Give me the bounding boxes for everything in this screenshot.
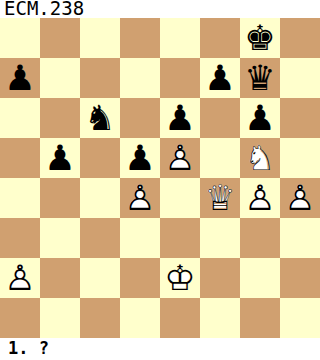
square-f4[interactable]: ♛♕ <box>200 178 240 218</box>
square-e2[interactable]: ♚♔ <box>160 258 200 298</box>
square-d4[interactable]: ♟♙ <box>120 178 160 218</box>
square-g5[interactable]: ♞♘ <box>240 138 280 178</box>
square-d2[interactable] <box>120 258 160 298</box>
white-king[interactable]: ♚♔ <box>160 258 200 298</box>
square-f2[interactable] <box>200 258 240 298</box>
piece-outline: ♕ <box>200 178 240 218</box>
white-pawn[interactable]: ♟♙ <box>160 138 200 178</box>
square-a5[interactable] <box>0 138 40 178</box>
square-a8[interactable] <box>0 18 40 58</box>
black-queen[interactable]: ♛ <box>240 58 280 98</box>
black-knight[interactable]: ♞ <box>80 98 120 138</box>
square-f7[interactable]: ♟ <box>200 58 240 98</box>
square-b2[interactable] <box>40 258 80 298</box>
black-pawn[interactable]: ♟ <box>200 58 240 98</box>
square-g8[interactable]: ♚ <box>240 18 280 58</box>
square-f3[interactable] <box>200 218 240 258</box>
piece-outline: ♔ <box>160 258 200 298</box>
square-b8[interactable] <box>40 18 80 58</box>
square-h4[interactable]: ♟♙ <box>280 178 320 218</box>
square-d1[interactable] <box>120 298 160 338</box>
square-e1[interactable] <box>160 298 200 338</box>
piece-outline: ♙ <box>0 258 40 298</box>
square-c7[interactable] <box>80 58 120 98</box>
white-pawn[interactable]: ♟♙ <box>0 258 40 298</box>
square-g6[interactable]: ♟ <box>240 98 280 138</box>
square-b4[interactable] <box>40 178 80 218</box>
square-h1[interactable] <box>280 298 320 338</box>
square-c8[interactable] <box>80 18 120 58</box>
square-e3[interactable] <box>160 218 200 258</box>
square-f5[interactable] <box>200 138 240 178</box>
square-a1[interactable] <box>0 298 40 338</box>
square-d3[interactable] <box>120 218 160 258</box>
piece-outline: ♙ <box>240 178 280 218</box>
square-c3[interactable] <box>80 218 120 258</box>
square-f8[interactable] <box>200 18 240 58</box>
square-a6[interactable] <box>0 98 40 138</box>
white-pawn[interactable]: ♟♙ <box>240 178 280 218</box>
square-h5[interactable] <box>280 138 320 178</box>
black-king[interactable]: ♚ <box>240 18 280 58</box>
piece-outline: ♙ <box>280 178 320 218</box>
square-b3[interactable] <box>40 218 80 258</box>
square-h3[interactable] <box>280 218 320 258</box>
square-d6[interactable] <box>120 98 160 138</box>
white-queen[interactable]: ♛♕ <box>200 178 240 218</box>
white-pawn[interactable]: ♟♙ <box>280 178 320 218</box>
square-c6[interactable]: ♞ <box>80 98 120 138</box>
square-f6[interactable] <box>200 98 240 138</box>
square-g1[interactable] <box>240 298 280 338</box>
square-e4[interactable] <box>160 178 200 218</box>
white-pawn[interactable]: ♟♙ <box>120 178 160 218</box>
square-a3[interactable] <box>0 218 40 258</box>
square-a7[interactable]: ♟ <box>0 58 40 98</box>
square-g2[interactable] <box>240 258 280 298</box>
move-prompt: 1. ? <box>8 338 49 360</box>
square-d5[interactable]: ♟ <box>120 138 160 178</box>
square-d7[interactable] <box>120 58 160 98</box>
black-pawn[interactable]: ♟ <box>120 138 160 178</box>
square-e8[interactable] <box>160 18 200 58</box>
chess-board: ♚♟♟♛♞♟♟♟♟♟♙♞♘♟♙♛♕♟♙♟♙♟♙♚♔ <box>0 18 320 338</box>
piece-outline: ♙ <box>120 178 160 218</box>
square-h6[interactable] <box>280 98 320 138</box>
square-h8[interactable] <box>280 18 320 58</box>
black-pawn[interactable]: ♟ <box>0 58 40 98</box>
square-g7[interactable]: ♛ <box>240 58 280 98</box>
square-e7[interactable] <box>160 58 200 98</box>
black-pawn[interactable]: ♟ <box>240 98 280 138</box>
black-pawn[interactable]: ♟ <box>160 98 200 138</box>
square-c5[interactable] <box>80 138 120 178</box>
square-d8[interactable] <box>120 18 160 58</box>
square-b6[interactable] <box>40 98 80 138</box>
square-c1[interactable] <box>80 298 120 338</box>
square-a4[interactable] <box>0 178 40 218</box>
square-b5[interactable]: ♟ <box>40 138 80 178</box>
square-e6[interactable]: ♟ <box>160 98 200 138</box>
square-b1[interactable] <box>40 298 80 338</box>
square-b7[interactable] <box>40 58 80 98</box>
square-c2[interactable] <box>80 258 120 298</box>
square-h2[interactable] <box>280 258 320 298</box>
square-c4[interactable] <box>80 178 120 218</box>
piece-outline: ♙ <box>160 138 200 178</box>
square-h7[interactable] <box>280 58 320 98</box>
black-pawn[interactable]: ♟ <box>40 138 80 178</box>
square-a2[interactable]: ♟♙ <box>0 258 40 298</box>
square-e5[interactable]: ♟♙ <box>160 138 200 178</box>
square-g3[interactable] <box>240 218 280 258</box>
square-g4[interactable]: ♟♙ <box>240 178 280 218</box>
diagram-title: ECM.238 <box>4 0 84 18</box>
white-knight[interactable]: ♞♘ <box>240 138 280 178</box>
square-f1[interactable] <box>200 298 240 338</box>
piece-outline: ♘ <box>240 138 280 178</box>
